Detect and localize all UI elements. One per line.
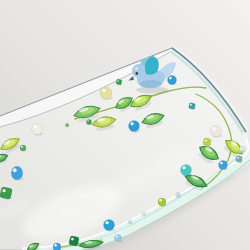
bead-highlight bbox=[169, 77, 172, 80]
bead-highlight bbox=[190, 104, 192, 106]
bead-highlight bbox=[116, 235, 118, 237]
bead-highlight bbox=[220, 162, 223, 165]
bead-highlight bbox=[159, 199, 161, 201]
bead-body bbox=[235, 155, 242, 162]
bead-highlight bbox=[129, 221, 130, 222]
bead-highlight bbox=[117, 80, 119, 82]
glass-bead-dot bbox=[116, 79, 122, 85]
bead-highlight bbox=[66, 124, 67, 125]
bead-highlight bbox=[2, 189, 5, 192]
bead-highlight bbox=[182, 166, 185, 169]
glass-bead-dot bbox=[203, 138, 212, 147]
bead-highlight bbox=[102, 89, 106, 93]
glass-bead-dot bbox=[0, 186, 13, 199]
bead-highlight bbox=[143, 213, 144, 214]
bead-body bbox=[65, 123, 69, 127]
bead-highlight bbox=[105, 221, 108, 224]
bird-head-gloss bbox=[135, 67, 138, 70]
photo-canvas bbox=[0, 0, 250, 250]
bead-body bbox=[158, 198, 166, 206]
bead-highlight bbox=[176, 193, 177, 194]
bead-body bbox=[219, 161, 228, 170]
bead-highlight bbox=[33, 125, 36, 128]
bead-body bbox=[116, 79, 122, 85]
bead-body bbox=[104, 220, 115, 231]
bead-highlight bbox=[13, 168, 17, 172]
bead-body bbox=[128, 220, 132, 224]
bead-highlight bbox=[205, 139, 207, 141]
bead-body bbox=[0, 186, 13, 199]
bead-highlight bbox=[21, 146, 23, 148]
bead-highlight bbox=[71, 238, 74, 241]
bead-highlight bbox=[87, 120, 89, 122]
bird-belly-shade bbox=[140, 80, 162, 88]
bead-body bbox=[69, 236, 80, 247]
bead-body bbox=[115, 235, 122, 242]
bead-body bbox=[188, 102, 195, 109]
glass-bead-dot bbox=[69, 236, 80, 247]
bead-highlight bbox=[237, 157, 239, 159]
bead-body bbox=[86, 119, 91, 124]
bead-body bbox=[239, 146, 245, 152]
bead-body bbox=[211, 126, 222, 137]
bead-body bbox=[176, 193, 181, 198]
bead-body bbox=[129, 121, 140, 132]
bead-highlight bbox=[212, 127, 215, 130]
bead-body bbox=[142, 212, 146, 216]
bead-body bbox=[181, 165, 192, 176]
bead-highlight bbox=[54, 244, 56, 246]
glass-bead-dot bbox=[239, 146, 245, 152]
glass-bead-dot bbox=[188, 102, 195, 109]
bead-body bbox=[168, 76, 177, 85]
glass-bead-dot bbox=[235, 155, 242, 162]
bead-body bbox=[203, 138, 212, 147]
bead-body bbox=[11, 166, 22, 180]
bead-highlight bbox=[240, 147, 242, 149]
bead-body bbox=[100, 87, 112, 99]
bead-body bbox=[53, 243, 61, 250]
bead-highlight bbox=[130, 122, 133, 125]
bead-body bbox=[20, 145, 26, 151]
glass-tray-photo bbox=[0, 0, 250, 250]
bead-body bbox=[32, 124, 43, 135]
bird-eye bbox=[135, 72, 138, 75]
